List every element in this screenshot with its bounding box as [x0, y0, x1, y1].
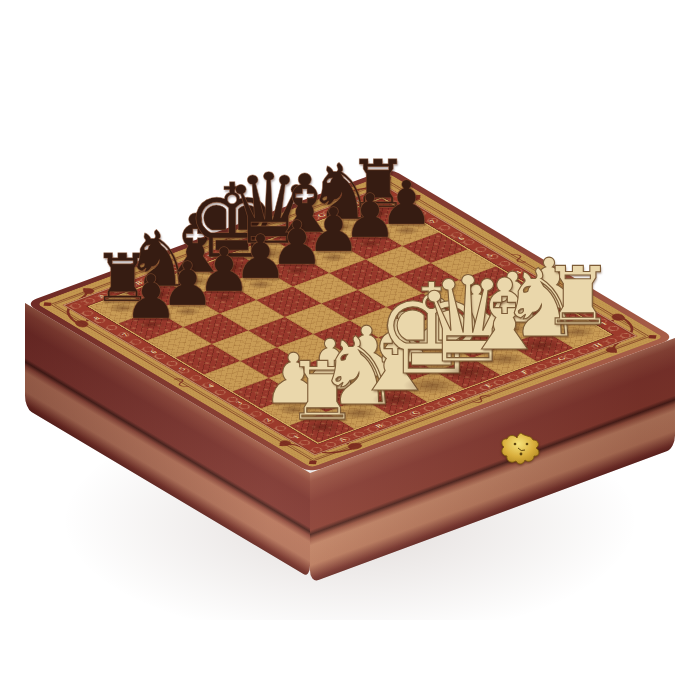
brass-latch-icon: [498, 432, 544, 466]
product-photo-stage: AABBCCDDEEFFGGHH1122334455667788 ♜♞♝♚♛♝♞…: [0, 0, 700, 700]
